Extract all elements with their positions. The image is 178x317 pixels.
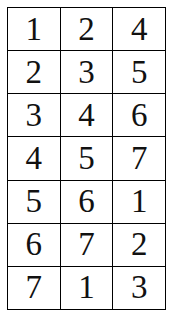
cell-r7-c3: 3 (113, 267, 165, 309)
cell-r1-c2: 2 (61, 8, 113, 50)
cell-r7-c1: 7 (8, 267, 60, 309)
cell-r3-c1: 3 (8, 94, 60, 136)
cell-r6-c3: 2 (113, 224, 165, 266)
cell-r5-c2: 6 (61, 181, 113, 223)
cell-r1-c1: 1 (8, 8, 60, 50)
cell-r3-c3: 6 (113, 94, 165, 136)
cell-r4-c3: 7 (113, 137, 165, 179)
number-table: 1 2 4 2 3 5 3 4 6 4 5 7 5 6 1 6 7 2 7 1 … (7, 7, 166, 310)
cell-r6-c2: 7 (61, 224, 113, 266)
cell-r6-c1: 6 (8, 224, 60, 266)
cell-r5-c1: 5 (8, 181, 60, 223)
cell-r2-c1: 2 (8, 51, 60, 93)
cell-r2-c2: 3 (61, 51, 113, 93)
cell-r3-c2: 4 (61, 94, 113, 136)
cell-r5-c3: 1 (113, 181, 165, 223)
cell-r4-c2: 5 (61, 137, 113, 179)
cell-r1-c3: 4 (113, 8, 165, 50)
cell-r7-c2: 1 (61, 267, 113, 309)
page: 1 2 4 2 3 5 3 4 6 4 5 7 5 6 1 6 7 2 7 1 … (0, 0, 178, 317)
cell-r4-c1: 4 (8, 137, 60, 179)
cell-r2-c3: 5 (113, 51, 165, 93)
